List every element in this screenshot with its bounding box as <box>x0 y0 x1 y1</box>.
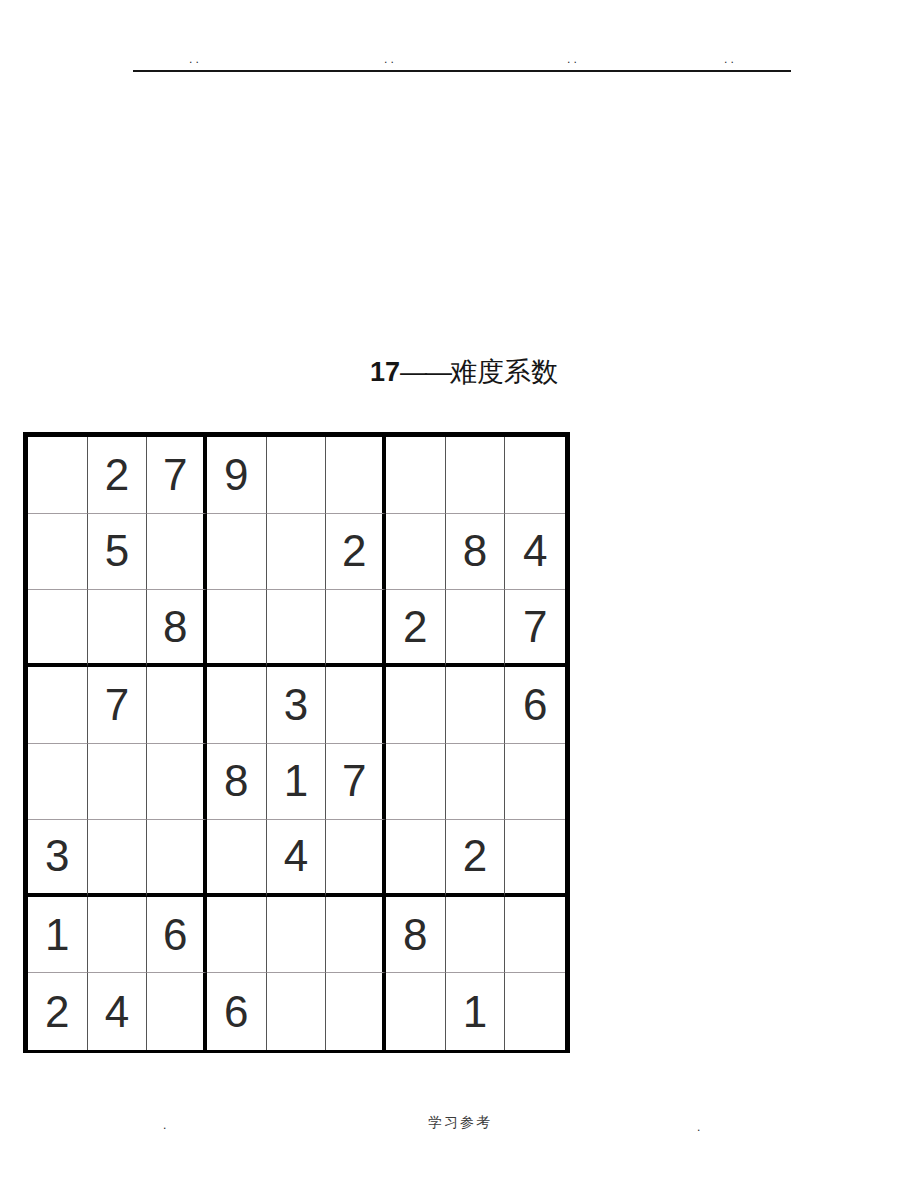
puzzle-number: 17 <box>370 357 400 387</box>
sudoku-cell-r5c2[interactable] <box>88 744 148 821</box>
sudoku-cell-r2c5[interactable] <box>267 514 327 591</box>
sudoku-cell-r4c9[interactable]: 6 <box>505 667 565 744</box>
sudoku-cell-r7c4[interactable] <box>207 897 267 974</box>
sudoku-cell-r1c7[interactable] <box>386 437 446 514</box>
sudoku-cell-r4c3[interactable] <box>147 667 207 744</box>
sudoku-cell-r5c4[interactable]: 8 <box>207 744 267 821</box>
sudoku-cell-r1c2[interactable]: 2 <box>88 437 148 514</box>
sudoku-cell-r2c4[interactable] <box>207 514 267 591</box>
sudoku-cell-r4c1[interactable] <box>28 667 88 744</box>
sudoku-cell-r1c3[interactable]: 7 <box>147 437 207 514</box>
sudoku-cell-r7c6[interactable] <box>326 897 386 974</box>
sudoku-cell-r6c6[interactable] <box>326 820 386 897</box>
sudoku-cell-r4c2[interactable]: 7 <box>88 667 148 744</box>
sudoku-cell-r1c9[interactable] <box>505 437 565 514</box>
sudoku-cell-r5c6[interactable]: 7 <box>326 744 386 821</box>
sudoku-cell-r5c7[interactable] <box>386 744 446 821</box>
sudoku-cell-r5c3[interactable] <box>147 744 207 821</box>
sudoku-cell-r7c3[interactable]: 6 <box>147 897 207 974</box>
sudoku-cell-r6c8[interactable]: 2 <box>446 820 506 897</box>
sudoku-cell-r5c1[interactable] <box>28 744 88 821</box>
sudoku-cell-r2c9[interactable]: 4 <box>505 514 565 591</box>
sudoku-cell-r8c8[interactable]: 1 <box>446 973 506 1050</box>
sudoku-cell-r7c8[interactable] <box>446 897 506 974</box>
sudoku-cell-r3c5[interactable] <box>267 590 327 667</box>
sudoku-cell-r1c5[interactable] <box>267 437 327 514</box>
sudoku-cell-r4c8[interactable] <box>446 667 506 744</box>
sudoku-cell-r6c7[interactable] <box>386 820 446 897</box>
sudoku-cell-r8c1[interactable]: 2 <box>28 973 88 1050</box>
sudoku-cell-r2c3[interactable] <box>147 514 207 591</box>
sudoku-cell-r8c3[interactable] <box>147 973 207 1050</box>
header-mark: .. <box>188 55 201 65</box>
sudoku-cell-r3c1[interactable] <box>28 590 88 667</box>
sudoku-cell-r4c6[interactable] <box>326 667 386 744</box>
sudoku-cell-r3c2[interactable] <box>88 590 148 667</box>
sudoku-cell-r1c1[interactable] <box>28 437 88 514</box>
sudoku-cell-r4c5[interactable]: 3 <box>267 667 327 744</box>
sudoku-cell-r7c1[interactable]: 1 <box>28 897 88 974</box>
sudoku-cell-r6c5[interactable]: 4 <box>267 820 327 897</box>
sudoku-cell-r7c5[interactable] <box>267 897 327 974</box>
sudoku-cell-r7c7[interactable]: 8 <box>386 897 446 974</box>
sudoku-cell-r2c6[interactable]: 2 <box>326 514 386 591</box>
sudoku-cell-r7c9[interactable] <box>505 897 565 974</box>
header-mark: .. <box>383 55 396 65</box>
sudoku-cell-r6c1[interactable]: 3 <box>28 820 88 897</box>
sudoku-cell-r3c3[interactable]: 8 <box>147 590 207 667</box>
footer-text: 学习参考 <box>0 1114 920 1132</box>
sudoku-cell-r3c4[interactable] <box>207 590 267 667</box>
sudoku-cell-r8c9[interactable] <box>505 973 565 1050</box>
sudoku-cell-r1c4[interactable]: 9 <box>207 437 267 514</box>
sudoku-cell-r8c4[interactable]: 6 <box>207 973 267 1050</box>
sudoku-cell-r5c8[interactable] <box>446 744 506 821</box>
sudoku-cell-r7c2[interactable] <box>88 897 148 974</box>
sudoku-cell-r1c6[interactable] <box>326 437 386 514</box>
sudoku-cell-r5c5[interactable]: 1 <box>267 744 327 821</box>
sudoku-cell-r8c6[interactable] <box>326 973 386 1050</box>
sudoku-board: 27952848277368173421682461 <box>23 432 570 1053</box>
sudoku-cell-r6c2[interactable] <box>88 820 148 897</box>
sudoku-cell-r8c2[interactable]: 4 <box>88 973 148 1050</box>
sudoku-cell-r3c9[interactable]: 7 <box>505 590 565 667</box>
sudoku-cell-r2c7[interactable] <box>386 514 446 591</box>
sudoku-cell-r8c5[interactable] <box>267 973 327 1050</box>
header-rule <box>133 70 791 72</box>
sudoku-cell-r3c7[interactable]: 2 <box>386 590 446 667</box>
title-difficulty-label: 难度系数 <box>450 357 558 387</box>
document-page: .. .. .. .. 17——难度系数 2795284827736817342… <box>0 0 920 1191</box>
sudoku-cell-r8c7[interactable] <box>386 973 446 1050</box>
sudoku-cell-r3c6[interactable] <box>326 590 386 667</box>
header-mark: .. <box>566 55 579 65</box>
sudoku-cell-r1c8[interactable] <box>446 437 506 514</box>
header-mark: .. <box>723 55 736 65</box>
sudoku-cell-r6c3[interactable] <box>147 820 207 897</box>
sudoku-cell-r2c1[interactable] <box>28 514 88 591</box>
title-dash: —— <box>400 357 450 387</box>
sudoku-cell-r2c8[interactable]: 8 <box>446 514 506 591</box>
sudoku-cell-r4c4[interactable] <box>207 667 267 744</box>
sudoku-cell-r2c2[interactable]: 5 <box>88 514 148 591</box>
sudoku-cell-r3c8[interactable] <box>446 590 506 667</box>
puzzle-title: 17——难度系数 <box>4 354 920 390</box>
sudoku-cell-r5c9[interactable] <box>505 744 565 821</box>
sudoku-cell-r6c9[interactable] <box>505 820 565 897</box>
sudoku-cell-r6c4[interactable] <box>207 820 267 897</box>
sudoku-cell-r4c7[interactable] <box>386 667 446 744</box>
footer-right-mark: . <box>697 1120 700 1134</box>
